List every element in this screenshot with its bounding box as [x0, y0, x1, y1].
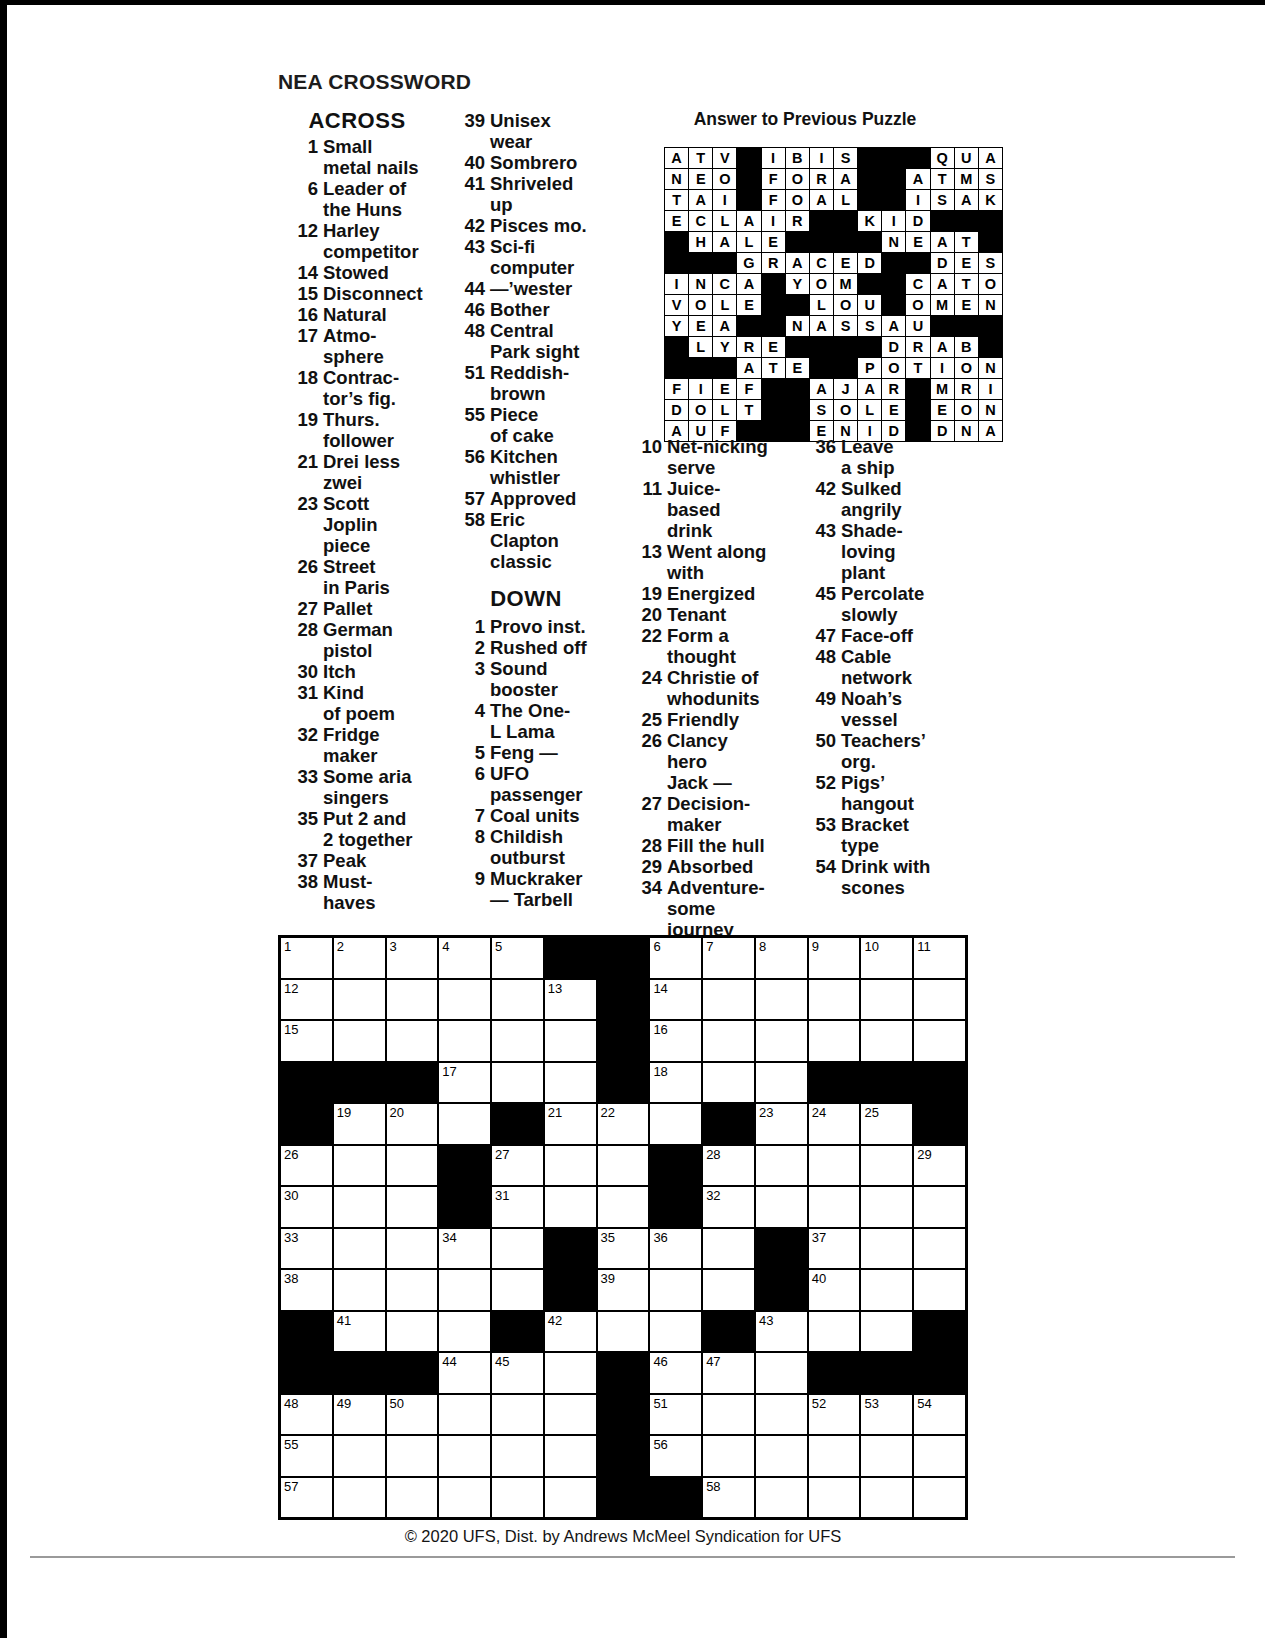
- answer-grid: ATVIBISQUANEOFORAATMSTAIFOALISAKECLAIRKI…: [664, 147, 1003, 442]
- puzzle-cell-r13c5[interactable]: [492, 1436, 543, 1476]
- answer-letter: E: [961, 297, 971, 313]
- puzzle-cell-r2c8[interactable]: 14: [650, 980, 701, 1020]
- cell-number: 42: [548, 1313, 562, 1328]
- answer-cell-r4c6: R: [786, 211, 809, 231]
- black-cell-r2c4: [737, 169, 760, 189]
- answer-cell-r3c12: S: [931, 190, 954, 210]
- puzzle-cell-r8c8[interactable]: 36: [650, 1229, 701, 1269]
- clue-number: 11: [632, 478, 662, 541]
- answer-cell-r10c12: A: [931, 337, 954, 357]
- clue-number: 52: [806, 772, 836, 814]
- puzzle-cell-r9c12[interactable]: [861, 1270, 912, 1310]
- answer-letter: A: [985, 150, 995, 166]
- puzzle-cell-r2c12[interactable]: [861, 980, 912, 1020]
- puzzle-cell-r13c8[interactable]: 56: [650, 1436, 701, 1476]
- puzzle-cell-r6c2[interactable]: [334, 1146, 385, 1186]
- puzzle-cell-r8c3[interactable]: [387, 1229, 438, 1269]
- puzzle-cell-r12c3[interactable]: 50: [387, 1395, 438, 1435]
- puzzle-cell-r5c6[interactable]: 21: [545, 1104, 596, 1144]
- answer-cell-r8c13: E: [955, 295, 978, 315]
- puzzle-cell-r3c12[interactable]: [861, 1021, 912, 1061]
- answer-cell-r11c14: N: [979, 358, 1002, 378]
- black-cell-r11c3: [387, 1353, 438, 1393]
- answer-letter: R: [768, 255, 778, 271]
- puzzle-cell-r2c1[interactable]: 12: [281, 980, 332, 1020]
- answer-letter: Y: [720, 339, 730, 355]
- puzzle-cell-r9c7[interactable]: 39: [598, 1270, 649, 1310]
- down-clue-list-1: 1Provo inst.2Rushed off3Sound booster4Th…: [455, 616, 625, 910]
- puzzle-cell-r14c5[interactable]: [492, 1478, 543, 1518]
- puzzle-cell-r2c6[interactable]: 13: [545, 980, 596, 1020]
- clue-column-down-3: 36Leave a ship42Sulked angrily43Shade- l…: [806, 436, 974, 898]
- puzzle-cell-r12c1[interactable]: 48: [281, 1395, 332, 1435]
- puzzle-cell-r3c3[interactable]: [387, 1021, 438, 1061]
- clue-number: 1: [288, 136, 318, 178]
- clue-19: 19Energized: [632, 583, 804, 604]
- answer-letter: S: [841, 150, 851, 166]
- answer-letter: U: [961, 150, 971, 166]
- puzzle-cell-r7c1[interactable]: 30: [281, 1187, 332, 1227]
- puzzle-cell-r12c8[interactable]: 51: [650, 1395, 701, 1435]
- answer-letter: F: [745, 381, 754, 397]
- clue-text: Childish outburst: [490, 826, 625, 868]
- puzzle-cell-r8c11[interactable]: 37: [809, 1229, 860, 1269]
- clue-56: 56Kitchen whistler: [455, 446, 625, 488]
- puzzle-cell-r7c6[interactable]: [545, 1187, 596, 1227]
- puzzle-cell-r10c7[interactable]: [598, 1312, 649, 1352]
- puzzle-cell-r6c12[interactable]: [861, 1146, 912, 1186]
- puzzle-cell-r4c10[interactable]: [756, 1063, 807, 1103]
- puzzle-cell-r12c13[interactable]: 54: [914, 1395, 965, 1435]
- answer-cell-r10c3: Y: [713, 337, 736, 357]
- clue-number: 3: [455, 658, 485, 700]
- clue-text: Bother: [490, 299, 625, 320]
- clue-9: 9Muckraker — Tarbell: [455, 868, 625, 910]
- puzzle-cell-r2c13[interactable]: [914, 980, 965, 1020]
- answer-cell-r10c10: D: [882, 337, 905, 357]
- clue-text: Atmo- sphere: [323, 325, 454, 367]
- clue-number: 13: [632, 541, 662, 583]
- puzzle-cell-r2c4[interactable]: [439, 980, 490, 1020]
- answer-cell-r1c8: S: [834, 148, 857, 168]
- puzzle-cell-r3c6[interactable]: [545, 1021, 596, 1061]
- answer-cell-r2c13: M: [955, 169, 978, 189]
- clue-number: 16: [288, 304, 318, 325]
- answer-cell-r1c14: A: [979, 148, 1002, 168]
- puzzle-cell-r6c7[interactable]: [598, 1146, 649, 1186]
- black-cell-r4c13: [955, 211, 978, 231]
- puzzle-cell-r13c1[interactable]: 55: [281, 1436, 332, 1476]
- answer-letter: O: [985, 276, 996, 292]
- puzzle-cell-r2c3[interactable]: [387, 980, 438, 1020]
- cell-number: 2: [337, 939, 344, 954]
- clue-18: 18Contrac- tor’s fig.: [288, 367, 454, 409]
- puzzle-cell-r5c4[interactable]: [439, 1104, 490, 1144]
- clue-text: Drink with scones: [841, 856, 974, 898]
- clue-text: Sulked angrily: [841, 478, 974, 520]
- puzzle-cell-r7c3[interactable]: [387, 1187, 438, 1227]
- puzzle-cell-r9c13[interactable]: [914, 1270, 965, 1310]
- black-cell-r6c1: [665, 253, 688, 273]
- clue-42: 42Pisces mo.: [455, 215, 625, 236]
- clue-1: 1Small metal nails: [288, 136, 454, 178]
- down-clue-list-2: 10Net-nicking serve11Juice- based drink1…: [632, 436, 804, 940]
- puzzle-cell-r10c11[interactable]: [809, 1312, 860, 1352]
- answer-cell-r7c11: C: [906, 274, 929, 294]
- puzzle-cell-r8c1[interactable]: 33: [281, 1229, 332, 1269]
- clue-number: 19: [632, 583, 662, 604]
- black-cell-r4c1: [281, 1063, 332, 1103]
- answer-cell-r11c11: T: [906, 358, 929, 378]
- answer-cell-r9c7: A: [810, 316, 833, 336]
- clue-number: 57: [455, 488, 485, 509]
- puzzle-cell-r6c10[interactable]: [756, 1146, 807, 1186]
- clue-2: 2Rushed off: [455, 637, 625, 658]
- clue-column-across: ACROSS 1Small metal nails6Leader of the …: [288, 110, 454, 913]
- black-cell-r13c11: [906, 400, 929, 420]
- puzzle-cell-r10c10[interactable]: 43: [756, 1312, 807, 1352]
- answer-cell-r7c1: I: [665, 274, 688, 294]
- puzzle-cell-r1c3[interactable]: 3: [387, 938, 438, 978]
- puzzle-cell-r3c11[interactable]: [809, 1021, 860, 1061]
- black-cell-r4c2: [334, 1063, 385, 1103]
- clue-23: 23Scott Joplin piece: [288, 493, 454, 556]
- answer-letter: C: [913, 276, 923, 292]
- puzzle-cell-r3c9[interactable]: [703, 1021, 754, 1061]
- puzzle-cell-r7c11[interactable]: [809, 1187, 860, 1227]
- answer-letter: I: [723, 192, 727, 208]
- puzzle-cell-r6c1[interactable]: 26: [281, 1146, 332, 1186]
- clue-number: 4: [455, 700, 485, 742]
- black-cell-r1c6: [545, 938, 596, 978]
- answer-letter: E: [937, 402, 947, 418]
- answer-letter: F: [672, 381, 681, 397]
- puzzle-cell-r14c1[interactable]: 57: [281, 1478, 332, 1518]
- puzzle-cell-r5c10[interactable]: 23: [756, 1104, 807, 1144]
- puzzle-cell-r5c11[interactable]: 24: [809, 1104, 860, 1144]
- puzzle-cell-r12c11[interactable]: 52: [809, 1395, 860, 1435]
- answer-letter: E: [744, 297, 754, 313]
- answer-letter: I: [771, 150, 775, 166]
- answer-letter: A: [913, 171, 923, 187]
- puzzle-cell-r14c12[interactable]: [861, 1478, 912, 1518]
- clue-number: 48: [455, 320, 485, 362]
- cell-number: 26: [284, 1147, 298, 1162]
- answer-cell-r7c13: T: [955, 274, 978, 294]
- puzzle-cell-r14c2[interactable]: [334, 1478, 385, 1518]
- puzzle-cell-r6c6[interactable]: [545, 1146, 596, 1186]
- puzzle-cell-r13c6[interactable]: [545, 1436, 596, 1476]
- puzzle-cell-r13c12[interactable]: [861, 1436, 912, 1476]
- puzzle-cell-r12c9[interactable]: [703, 1395, 754, 1435]
- puzzle-cell-r9c11[interactable]: 40: [809, 1270, 860, 1310]
- puzzle-cell-r7c13[interactable]: [914, 1187, 965, 1227]
- puzzle-cell-r11c5[interactable]: 45: [492, 1353, 543, 1393]
- cell-number: 49: [337, 1396, 351, 1411]
- answer-cell-r11c5: T: [762, 358, 785, 378]
- puzzle-cell-r10c8[interactable]: [650, 1312, 701, 1352]
- puzzle-cell-r10c6[interactable]: 42: [545, 1312, 596, 1352]
- clue-number: 22: [632, 625, 662, 667]
- puzzle-cell-r12c5[interactable]: [492, 1395, 543, 1435]
- puzzle-cell-r8c4[interactable]: 34: [439, 1229, 490, 1269]
- answer-letter: B: [961, 339, 971, 355]
- answer-cell-r12c12: M: [931, 379, 954, 399]
- puzzle-cell-r3c5[interactable]: [492, 1021, 543, 1061]
- answer-cell-r13c10: E: [882, 400, 905, 420]
- black-cell-r1c10: [882, 148, 905, 168]
- puzzle-cell-r5c7[interactable]: 22: [598, 1104, 649, 1144]
- puzzle-cell-r12c2[interactable]: 49: [334, 1395, 385, 1435]
- puzzle-cell-r7c7[interactable]: [598, 1187, 649, 1227]
- puzzle-cell-r7c2[interactable]: [334, 1187, 385, 1227]
- black-cell-r11c1: [665, 358, 688, 378]
- cell-number: 43: [759, 1313, 773, 1328]
- clue-number: 51: [455, 362, 485, 404]
- puzzle-cell-r13c4[interactable]: [439, 1436, 490, 1476]
- puzzle-cell-r10c4[interactable]: [439, 1312, 490, 1352]
- puzzle-cell-r11c9[interactable]: 47: [703, 1353, 754, 1393]
- answer-letter: U: [913, 318, 923, 334]
- puzzle-cell-r6c9[interactable]: 28: [703, 1146, 754, 1186]
- answer-letter: E: [720, 381, 730, 397]
- answer-cell-r5c5: E: [762, 232, 785, 252]
- black-cell-r5c8: [834, 232, 857, 252]
- puzzle-cell-r2c10[interactable]: [756, 980, 807, 1020]
- puzzle-cell-r2c9[interactable]: [703, 980, 754, 1020]
- puzzle-cell-r8c13[interactable]: [914, 1229, 965, 1269]
- puzzle-cell-r9c4[interactable]: [439, 1270, 490, 1310]
- black-cell-r10c6: [786, 337, 809, 357]
- puzzle-cell-r4c4[interactable]: 17: [439, 1063, 490, 1103]
- puzzle-cell-r8c9[interactable]: [703, 1229, 754, 1269]
- puzzle-cell-r14c11[interactable]: [809, 1478, 860, 1518]
- clue-number: 42: [455, 215, 485, 236]
- puzzle-cell-r6c11[interactable]: [809, 1146, 860, 1186]
- answer-letter: A: [720, 234, 730, 250]
- answer-cell-r10c11: R: [906, 337, 929, 357]
- puzzle-cell-r3c10[interactable]: [756, 1021, 807, 1061]
- clue-text: Leave a ship: [841, 436, 974, 478]
- puzzle-cell-r10c3[interactable]: [387, 1312, 438, 1352]
- puzzle-cell-r12c12[interactable]: 53: [861, 1395, 912, 1435]
- puzzle-cell-r11c10[interactable]: [756, 1353, 807, 1393]
- black-cell-r11c8: [834, 358, 857, 378]
- puzzle-cell-r3c13[interactable]: [914, 1021, 965, 1061]
- puzzle-cell-r1c12[interactable]: 10: [861, 938, 912, 978]
- answer-cell-r4c9: K: [858, 211, 881, 231]
- puzzle-cell-r8c12[interactable]: [861, 1229, 912, 1269]
- clue-14: 14Stowed: [288, 262, 454, 283]
- cell-number: 4: [442, 939, 449, 954]
- puzzle-cell-r6c13[interactable]: 29: [914, 1146, 965, 1186]
- clue-text: German pistol: [323, 619, 454, 661]
- black-cell-r4c12: [931, 211, 954, 231]
- answer-cell-r10c4: R: [737, 337, 760, 357]
- answer-letter: A: [744, 213, 754, 229]
- puzzle-cell-r14c6[interactable]: [545, 1478, 596, 1518]
- cell-number: 38: [284, 1271, 298, 1286]
- puzzle-cell-r9c5[interactable]: [492, 1270, 543, 1310]
- puzzle-cell-r2c11[interactable]: [809, 980, 860, 1020]
- puzzle-cell-r10c12[interactable]: [861, 1312, 912, 1352]
- black-cell-r10c5: [492, 1312, 543, 1352]
- clue-number: 44: [455, 278, 485, 299]
- answer-cell-r7c7: O: [810, 274, 833, 294]
- puzzle-cell-r4c9[interactable]: [703, 1063, 754, 1103]
- clue-number: 49: [806, 688, 836, 730]
- puzzle-cell-r1c13[interactable]: 11: [914, 938, 965, 978]
- clue-text: Friendly: [667, 709, 804, 730]
- puzzle-cell-r4c5[interactable]: [492, 1063, 543, 1103]
- puzzle-cell-r3c8[interactable]: 16: [650, 1021, 701, 1061]
- clue-text: Contrac- tor’s fig.: [323, 367, 454, 409]
- answer-cell-r2c3: O: [713, 169, 736, 189]
- puzzle-cell-r7c12[interactable]: [861, 1187, 912, 1227]
- puzzle-cell-r1c10[interactable]: 8: [756, 938, 807, 978]
- puzzle-cell-r13c11[interactable]: [809, 1436, 860, 1476]
- puzzle-cell-r14c10[interactable]: [756, 1478, 807, 1518]
- answer-letter: C: [695, 213, 705, 229]
- puzzle-cell-r14c9[interactable]: 58: [703, 1478, 754, 1518]
- puzzle-cell-r9c1[interactable]: 38: [281, 1270, 332, 1310]
- answer-letter: I: [699, 381, 703, 397]
- puzzle-cell-r1c1[interactable]: 1: [281, 938, 332, 978]
- puzzle-cell-r4c8[interactable]: 18: [650, 1063, 701, 1103]
- puzzle-cell-r7c9[interactable]: 32: [703, 1187, 754, 1227]
- puzzle-cell-r13c13[interactable]: [914, 1436, 965, 1476]
- clue-text: Absorbed: [667, 856, 804, 877]
- clue-number: 12: [288, 220, 318, 262]
- answer-letter: S: [986, 255, 996, 271]
- black-cell-r8c10: [882, 295, 905, 315]
- answer-cell-r2c1: N: [665, 169, 688, 189]
- answer-cell-r13c9: L: [858, 400, 881, 420]
- answer-letter: A: [816, 192, 826, 208]
- puzzle-cell-r1c11[interactable]: 9: [809, 938, 860, 978]
- puzzle-cell-r9c2[interactable]: [334, 1270, 385, 1310]
- puzzle-cell-r13c2[interactable]: [334, 1436, 385, 1476]
- answer-letter: R: [889, 381, 899, 397]
- puzzle-cell-r9c3[interactable]: [387, 1270, 438, 1310]
- answer-cell-r13c7: S: [810, 400, 833, 420]
- answer-letter: H: [695, 234, 705, 250]
- black-cell-r5c6: [786, 232, 809, 252]
- puzzle-cell-r3c2[interactable]: [334, 1021, 385, 1061]
- puzzle-cell-r11c8[interactable]: 46: [650, 1353, 701, 1393]
- puzzle-cell-r2c2[interactable]: [334, 980, 385, 1020]
- clue-17: 17Atmo- sphere: [288, 325, 454, 367]
- puzzle-cell-r2c5[interactable]: [492, 980, 543, 1020]
- puzzle-cell-r5c8[interactable]: [650, 1104, 701, 1144]
- answer-cell-r5c2: H: [689, 232, 712, 252]
- puzzle-cell-r1c4[interactable]: 4: [439, 938, 490, 978]
- puzzle-cell-r1c5[interactable]: 5: [492, 938, 543, 978]
- puzzle-cell-r11c4[interactable]: 44: [439, 1353, 490, 1393]
- clue-29: 29Absorbed: [632, 856, 804, 877]
- puzzle-cell-r12c10[interactable]: [756, 1395, 807, 1435]
- puzzle-cell-r6c3[interactable]: [387, 1146, 438, 1186]
- answer-letter: Y: [672, 318, 682, 334]
- puzzle-cell-r10c2[interactable]: 41: [334, 1312, 385, 1352]
- clue-text: Shriveled up: [490, 173, 625, 215]
- clue-54: 54Drink with scones: [806, 856, 974, 898]
- answer-letter: T: [938, 171, 947, 187]
- clue-7: 7Coal units: [455, 805, 625, 826]
- puzzle-cell-r1c9[interactable]: 7: [703, 938, 754, 978]
- clue-16: 16Natural: [288, 304, 454, 325]
- puzzle-cell-r1c2[interactable]: 2: [334, 938, 385, 978]
- answer-cell-r5c11: E: [906, 232, 929, 252]
- puzzle-cell-r6c5[interactable]: 27: [492, 1146, 543, 1186]
- answer-cell-r12c1: F: [665, 379, 688, 399]
- puzzle-cell-r8c7[interactable]: 35: [598, 1229, 649, 1269]
- answer-cell-r8c3: L: [713, 295, 736, 315]
- puzzle-cell-r8c5[interactable]: [492, 1229, 543, 1269]
- answer-cell-r3c7: A: [810, 190, 833, 210]
- puzzle-cell-r8c2[interactable]: [334, 1229, 385, 1269]
- answer-letter: E: [696, 171, 706, 187]
- puzzle-cell-r11c6[interactable]: [545, 1353, 596, 1393]
- puzzle-cell-r14c3[interactable]: [387, 1478, 438, 1518]
- puzzle-cell-r5c12[interactable]: 25: [861, 1104, 912, 1144]
- answer-letter: N: [671, 171, 681, 187]
- answer-cell-r8c8: O: [834, 295, 857, 315]
- answer-letter: C: [816, 255, 826, 271]
- puzzle-cell-r5c3[interactable]: 20: [387, 1104, 438, 1144]
- answer-letter: D: [937, 255, 947, 271]
- clue-4: 4The One- L Lama: [455, 700, 625, 742]
- puzzle-cell-r5c2[interactable]: 19: [334, 1104, 385, 1144]
- cell-number: 40: [812, 1271, 826, 1286]
- scan-edge-left: [0, 0, 7, 1638]
- puzzle-cell-r13c3[interactable]: [387, 1436, 438, 1476]
- puzzle-cell-r13c10[interactable]: [756, 1436, 807, 1476]
- answer-letter: N: [985, 402, 995, 418]
- puzzle-cell-r12c4[interactable]: [439, 1395, 490, 1435]
- puzzle-cell-r4c6[interactable]: [545, 1063, 596, 1103]
- puzzle-cell-r1c8[interactable]: 6: [650, 938, 701, 978]
- puzzle-cell-r7c5[interactable]: 31: [492, 1187, 543, 1227]
- puzzle-cell-r3c4[interactable]: [439, 1021, 490, 1061]
- puzzle-cell-r14c4[interactable]: [439, 1478, 490, 1518]
- puzzle-cell-r3c1[interactable]: 15: [281, 1021, 332, 1061]
- black-cell-r13c7: [598, 1436, 649, 1476]
- answer-cell-r10c13: B: [955, 337, 978, 357]
- black-cell-r9c4: [737, 316, 760, 336]
- black-cell-r10c1: [281, 1312, 332, 1352]
- puzzle-cell-r13c9[interactable]: [703, 1436, 754, 1476]
- black-cell-r4c14: [979, 211, 1002, 231]
- puzzle-cell-r9c9[interactable]: [703, 1270, 754, 1310]
- clue-number: 14: [288, 262, 318, 283]
- clue-number: 15: [288, 283, 318, 304]
- cell-number: 57: [284, 1479, 298, 1494]
- black-cell-r7c10: [882, 274, 905, 294]
- black-cell-r9c12: [931, 316, 954, 336]
- puzzle-cell-r9c8[interactable]: [650, 1270, 701, 1310]
- puzzle-cell-r12c6[interactable]: [545, 1395, 596, 1435]
- clue-text: Face-off: [841, 625, 974, 646]
- clue-3: 3Sound booster: [455, 658, 625, 700]
- black-cell-r5c9: [858, 232, 881, 252]
- black-cell-r12c6: [786, 379, 809, 399]
- clue-58: 58Eric Clapton classic: [455, 509, 625, 572]
- cell-number: 37: [812, 1230, 826, 1245]
- clue-text: Muckraker — Tarbell: [490, 868, 625, 910]
- puzzle-cell-r14c13[interactable]: [914, 1478, 965, 1518]
- puzzle-cell-r7c10[interactable]: [756, 1187, 807, 1227]
